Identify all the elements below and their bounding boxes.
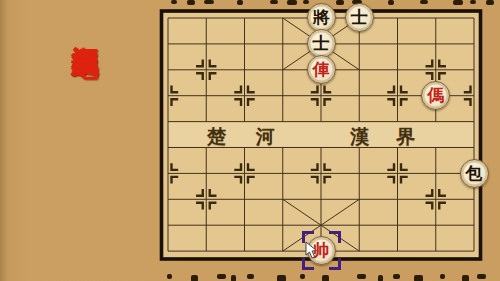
pieces-layer: 將士士俥傌包帅 bbox=[149, 5, 493, 264]
video-frame: 江湖象棋残局天地 楚河 漢界 將士士俥傌包帅 bbox=[0, 0, 500, 281]
black-general[interactable]: 將 bbox=[307, 3, 336, 32]
black-cannon[interactable]: 包 bbox=[460, 159, 489, 188]
cropped-glyph-top bbox=[303, 0, 309, 4]
side-title-vertical: 江湖象棋残局天地 bbox=[68, 24, 102, 266]
cropped-glyph-bottom bbox=[440, 274, 445, 279]
red-horse[interactable]: 傌 bbox=[421, 81, 450, 110]
cropped-glyph-bottom bbox=[414, 275, 423, 281]
cropped-glyph-top bbox=[270, 0, 278, 4]
cropped-glyph-top bbox=[420, 0, 428, 4]
cropped-glyph-bottom bbox=[357, 274, 366, 279]
cropped-glyph-bottom bbox=[277, 275, 286, 281]
cropped-glyph-bottom bbox=[217, 274, 226, 279]
black-advisor[interactable]: 士 bbox=[345, 3, 374, 32]
red-chariot[interactable]: 俥 bbox=[307, 55, 336, 84]
cropped-glyph-bottom bbox=[322, 275, 329, 281]
cropped-glyph-bottom bbox=[300, 274, 305, 279]
cropped-glyph-bottom bbox=[247, 274, 254, 279]
cropped-glyph-bottom bbox=[393, 274, 400, 279]
cropped-glyph-bottom bbox=[378, 275, 383, 281]
mouse-cursor-icon bbox=[305, 241, 318, 262]
cropped-glyph-top bbox=[171, 0, 177, 4]
cropped-glyph-bottom bbox=[231, 275, 236, 281]
cropped-glyph-bottom bbox=[477, 274, 486, 279]
cropped-glyph-bottom bbox=[191, 275, 198, 281]
cropped-glyph-top bbox=[470, 0, 476, 4]
cropped-glyph-top bbox=[204, 0, 214, 4]
cropped-glyph-bottom bbox=[167, 274, 172, 279]
red-general[interactable]: 帅 bbox=[307, 236, 336, 265]
cropped-glyph-bottom bbox=[462, 275, 469, 281]
black-advisor[interactable]: 士 bbox=[307, 29, 336, 58]
